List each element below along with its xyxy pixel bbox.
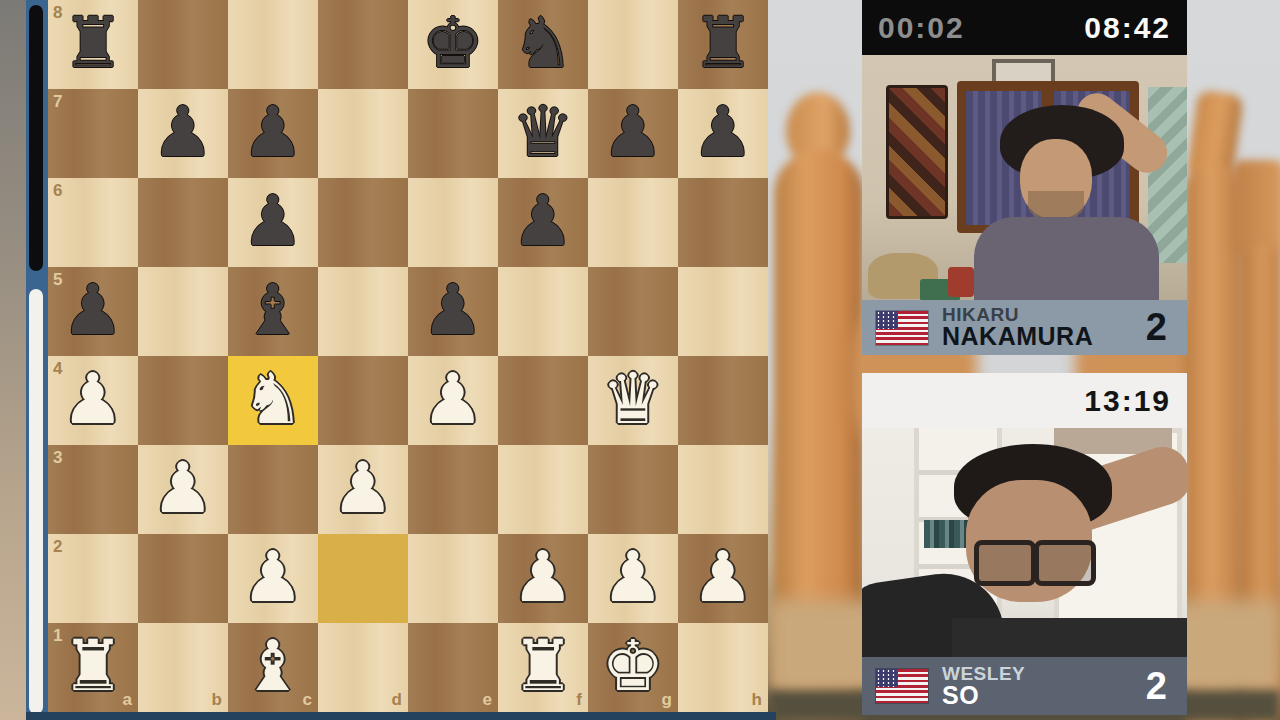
rank-label-1: 1 xyxy=(53,626,62,646)
square-h8[interactable]: ♜ xyxy=(678,0,768,89)
square-f1[interactable]: f♜ xyxy=(498,623,588,712)
square-g1[interactable]: g♚ xyxy=(588,623,678,712)
square-f7[interactable]: ♛ xyxy=(498,89,588,178)
us-flag-icon xyxy=(876,311,928,345)
piece-black-pawn-f6[interactable]: ♟ xyxy=(498,178,588,264)
square-f3[interactable] xyxy=(498,445,588,534)
piece-white-queen-g4[interactable]: ♛ xyxy=(588,356,678,442)
piece-black-king-e8[interactable]: ♚ xyxy=(408,0,498,86)
square-h7[interactable]: ♟ xyxy=(678,89,768,178)
rank-label-8: 8 xyxy=(53,3,62,23)
square-g3[interactable] xyxy=(588,445,678,534)
square-b8[interactable] xyxy=(138,0,228,89)
piece-white-pawn-c2[interactable]: ♟ xyxy=(228,534,318,620)
square-h1[interactable]: h xyxy=(678,623,768,712)
piece-black-rook-h8[interactable]: ♜ xyxy=(678,0,768,86)
square-f5[interactable] xyxy=(498,267,588,356)
square-f6[interactable]: ♟ xyxy=(498,178,588,267)
score-nakamura: 2 xyxy=(1146,306,1173,349)
file-label-g: g xyxy=(662,690,672,710)
square-h4[interactable] xyxy=(678,356,768,445)
square-c6[interactable]: ♟ xyxy=(228,178,318,267)
square-a3[interactable]: 3 xyxy=(48,445,138,534)
piece-white-rook-f1[interactable]: ♜ xyxy=(498,623,588,709)
rank-label-5: 5 xyxy=(53,270,62,290)
square-a2[interactable]: 2 xyxy=(48,534,138,623)
webcam-so xyxy=(862,428,1187,657)
square-d6[interactable] xyxy=(318,178,408,267)
square-b1[interactable]: b xyxy=(138,623,228,712)
file-label-a: a xyxy=(123,690,132,710)
square-a5[interactable]: 5♟ xyxy=(48,267,138,356)
square-a4[interactable]: 4♟ xyxy=(48,356,138,445)
rank-label-4: 4 xyxy=(53,359,62,379)
square-f4[interactable] xyxy=(498,356,588,445)
rank-label-2: 2 xyxy=(53,537,62,557)
player-last-name: SO xyxy=(942,683,1146,709)
piece-black-pawn-b7[interactable]: ♟ xyxy=(138,89,228,175)
square-c7[interactable]: ♟ xyxy=(228,89,318,178)
square-b5[interactable] xyxy=(138,267,228,356)
main-clock-so: 13:19 xyxy=(1084,384,1171,418)
file-label-c: c xyxy=(303,690,312,710)
square-e5[interactable]: ♟ xyxy=(408,267,498,356)
piece-black-pawn-c7[interactable]: ♟ xyxy=(228,89,318,175)
square-e8[interactable]: ♚ xyxy=(408,0,498,89)
clutter xyxy=(948,267,974,297)
move-timer-nakamura: 00:02 xyxy=(878,11,965,45)
square-c5[interactable]: ♝ xyxy=(228,267,318,356)
piece-white-pawn-g2[interactable]: ♟ xyxy=(588,534,678,620)
square-a8[interactable]: 8♜ xyxy=(48,0,138,89)
piece-black-bishop-c5[interactable]: ♝ xyxy=(228,267,318,353)
square-c1[interactable]: c♝ xyxy=(228,623,318,712)
square-e1[interactable]: e xyxy=(408,623,498,712)
chess-board-area: 8♜♚♞♜7♟♟♛♟♟6♟♟5♟♝♟4♟♞♟♛3♟♟2♟♟♟♟1a♜bc♝def… xyxy=(48,0,768,712)
score-so: 2 xyxy=(1146,665,1173,708)
eval-bar-white-segment xyxy=(29,289,43,714)
player-card-so: 13:19 WESLEY SO 2 xyxy=(862,373,1187,715)
piece-black-knight-f8[interactable]: ♞ xyxy=(498,0,588,86)
eval-bar-black-segment xyxy=(29,5,43,271)
player-last-name: NAKAMURA xyxy=(942,324,1146,350)
square-e4[interactable]: ♟ xyxy=(408,356,498,445)
piece-black-pawn-g7[interactable]: ♟ xyxy=(588,89,678,175)
square-b2[interactable] xyxy=(138,534,228,623)
piece-white-pawn-e4[interactable]: ♟ xyxy=(408,356,498,442)
piece-white-knight-c4[interactable]: ♞ xyxy=(228,356,318,442)
square-a6[interactable]: 6 xyxy=(48,178,138,267)
clock-bar-nakamura: 00:02 08:42 xyxy=(862,0,1187,55)
piece-white-pawn-b3[interactable]: ♟ xyxy=(138,445,228,531)
square-h3[interactable] xyxy=(678,445,768,534)
background-rook-piece xyxy=(1232,160,1280,255)
file-label-f: f xyxy=(576,690,582,710)
piece-white-pawn-f2[interactable]: ♟ xyxy=(498,534,588,620)
square-g2[interactable]: ♟ xyxy=(588,534,678,623)
square-h6[interactable] xyxy=(678,178,768,267)
square-e3[interactable] xyxy=(408,445,498,534)
webcam-nakamura xyxy=(862,55,1187,300)
square-d1[interactable]: d xyxy=(318,623,408,712)
rank-label-3: 3 xyxy=(53,448,62,468)
square-d2[interactable] xyxy=(318,534,408,623)
square-d8[interactable] xyxy=(318,0,408,89)
file-label-b: b xyxy=(212,690,222,710)
square-b6[interactable] xyxy=(138,178,228,267)
nameplate-so: WESLEY SO 2 xyxy=(862,657,1187,715)
us-flag-icon xyxy=(876,669,928,703)
square-f8[interactable]: ♞ xyxy=(498,0,588,89)
square-c2[interactable]: ♟ xyxy=(228,534,318,623)
square-b4[interactable] xyxy=(138,356,228,445)
nameplate-nakamura: HIKARU NAKAMURA 2 xyxy=(862,300,1187,355)
square-c4[interactable]: ♞ xyxy=(228,356,318,445)
player-card-nakamura: 00:02 08:42 HIKARU NAKAMURA 2 xyxy=(862,0,1187,355)
square-g5[interactable] xyxy=(588,267,678,356)
piece-black-pawn-e5[interactable]: ♟ xyxy=(408,267,498,353)
square-e6[interactable] xyxy=(408,178,498,267)
square-e7[interactable] xyxy=(408,89,498,178)
square-d7[interactable] xyxy=(318,89,408,178)
square-b7[interactable]: ♟ xyxy=(138,89,228,178)
background-left-strip xyxy=(0,0,28,720)
square-c8[interactable] xyxy=(228,0,318,89)
board-frame-bottom xyxy=(26,712,776,720)
broadcast-screen: 8♜♚♞♜7♟♟♛♟♟6♟♟5♟♝♟4♟♞♟♛3♟♟2♟♟♟♟1a♜bc♝def… xyxy=(0,0,1280,720)
piece-black-pawn-c6[interactable]: ♟ xyxy=(228,178,318,264)
square-g8[interactable] xyxy=(588,0,678,89)
square-d3[interactable]: ♟ xyxy=(318,445,408,534)
glasses xyxy=(974,540,1036,586)
piece-black-pawn-h7[interactable]: ♟ xyxy=(678,89,768,175)
wall-tapestry xyxy=(886,85,948,219)
square-a1[interactable]: 1a♜ xyxy=(48,623,138,712)
square-g7[interactable]: ♟ xyxy=(588,89,678,178)
clock-bar-so: 13:19 xyxy=(862,373,1187,428)
eval-bar xyxy=(26,0,48,720)
piece-white-pawn-d3[interactable]: ♟ xyxy=(318,445,408,531)
square-e2[interactable] xyxy=(408,534,498,623)
square-d5[interactable] xyxy=(318,267,408,356)
rank-label-7: 7 xyxy=(53,92,62,112)
player-sweater xyxy=(974,217,1159,300)
chess-board: 8♜♚♞♜7♟♟♛♟♟6♟♟5♟♝♟4♟♞♟♛3♟♟2♟♟♟♟1a♜bc♝def… xyxy=(48,0,768,712)
square-c3[interactable] xyxy=(228,445,318,534)
square-d4[interactable] xyxy=(318,356,408,445)
square-f2[interactable]: ♟ xyxy=(498,534,588,623)
piece-white-pawn-h2[interactable]: ♟ xyxy=(678,534,768,620)
piece-black-queen-f7[interactable]: ♛ xyxy=(498,89,588,175)
player-jacket xyxy=(952,618,1187,657)
square-h2[interactable]: ♟ xyxy=(678,534,768,623)
books xyxy=(924,520,968,548)
square-g4[interactable]: ♛ xyxy=(588,356,678,445)
square-b3[interactable]: ♟ xyxy=(138,445,228,534)
file-label-h: h xyxy=(752,690,762,710)
main-clock-nakamura: 08:42 xyxy=(1084,11,1171,45)
square-a7[interactable]: 7 xyxy=(48,89,138,178)
square-h5[interactable] xyxy=(678,267,768,356)
file-label-d: d xyxy=(392,690,402,710)
glasses xyxy=(1034,540,1096,586)
square-g6[interactable] xyxy=(588,178,678,267)
file-label-e: e xyxy=(483,690,492,710)
rank-label-6: 6 xyxy=(53,181,62,201)
